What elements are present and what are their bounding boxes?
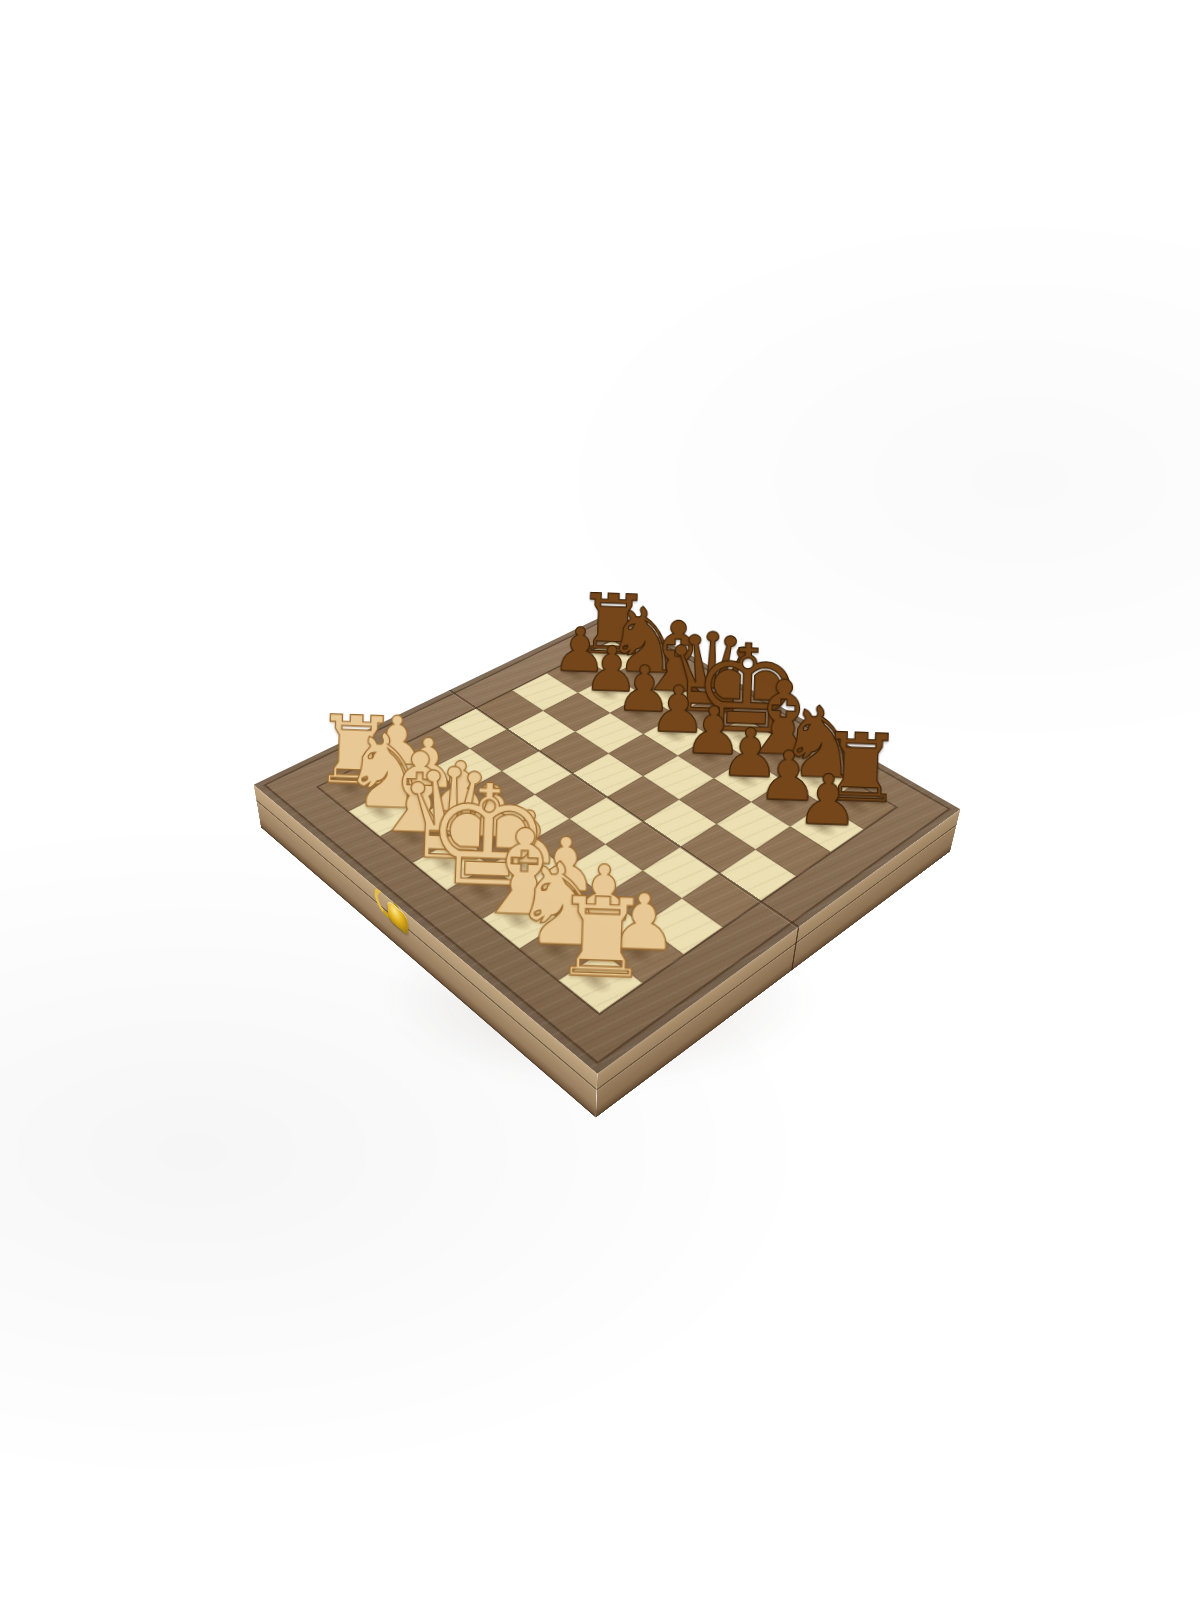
fold-seam-side [791,927,799,971]
scene-rotation: ♜♞♝♛♚♝♞♜♟♟♟♟♟♟♟♟♟♟♟♟♟♟♟♟♜♞♝♛♚♝♞♜ [348,538,865,1055]
product-photo: ♜♞♝♛♚♝♞♜♟♟♟♟♟♟♟♟♟♟♟♟♟♟♟♟♜♞♝♛♚♝♞♜ [0,0,1200,1600]
square-d5 [572,753,643,797]
piece-glyph: ♟ [755,763,900,837]
square-h1: ♜ [559,952,643,1013]
piece-glyph: ♜ [519,880,686,995]
perspective-stage: ♜♞♝♛♚♝♞♜♟♟♟♟♟♟♟♟♟♟♟♟♟♟♟♟♜♞♝♛♚♝♞♜ [348,538,865,1055]
